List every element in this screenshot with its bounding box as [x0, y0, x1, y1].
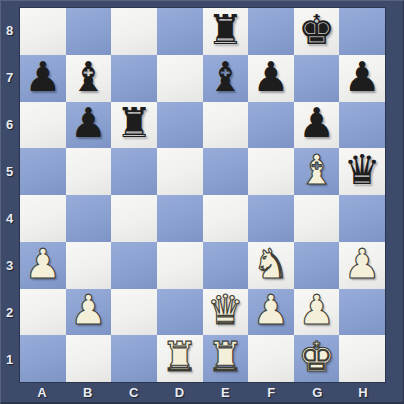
square-c2[interactable]	[111, 289, 157, 336]
square-f3[interactable]: ♞	[248, 242, 294, 289]
square-f5[interactable]	[248, 148, 294, 195]
square-c8[interactable]	[111, 8, 157, 55]
square-h8[interactable]	[339, 8, 385, 55]
square-h1[interactable]	[339, 335, 385, 382]
chess-board-frame: 87654321 ABCDEFGH ♜♚♟♝♝♟♟♟♜♟♝♛♟♞♟♟♛♟♟♜♜♚	[0, 0, 404, 404]
square-d5[interactable]	[157, 148, 203, 195]
square-b1[interactable]	[66, 335, 112, 382]
square-e3[interactable]	[203, 242, 249, 289]
piece-white-pawn: ♟	[344, 244, 381, 285]
square-a8[interactable]	[20, 8, 66, 55]
rank-label-3: 3	[0, 242, 19, 289]
square-d1[interactable]: ♜	[157, 335, 203, 382]
piece-black-bishop: ♝	[207, 57, 244, 98]
file-label-b: B	[65, 383, 111, 404]
square-f1[interactable]	[248, 335, 294, 382]
square-a7[interactable]: ♟	[20, 55, 66, 102]
square-b4[interactable]	[66, 195, 112, 242]
square-c3[interactable]	[111, 242, 157, 289]
square-f2[interactable]: ♟	[248, 289, 294, 336]
square-e7[interactable]: ♝	[203, 55, 249, 102]
square-c7[interactable]	[111, 55, 157, 102]
square-a1[interactable]	[20, 335, 66, 382]
file-label-h: H	[340, 383, 386, 404]
square-e4[interactable]	[203, 195, 249, 242]
file-label-a: A	[19, 383, 65, 404]
square-d6[interactable]	[157, 102, 203, 149]
piece-white-pawn: ♟	[298, 290, 335, 331]
square-e5[interactable]	[203, 148, 249, 195]
square-e1[interactable]: ♜	[203, 335, 249, 382]
file-label-c: C	[111, 383, 157, 404]
square-d3[interactable]	[157, 242, 203, 289]
square-b6[interactable]: ♟	[66, 102, 112, 149]
square-e2[interactable]: ♛	[203, 289, 249, 336]
piece-white-queen: ♛	[207, 290, 244, 331]
piece-white-king: ♚	[298, 337, 335, 378]
square-g8[interactable]: ♚	[294, 8, 340, 55]
square-h7[interactable]: ♟	[339, 55, 385, 102]
square-b5[interactable]	[66, 148, 112, 195]
square-h6[interactable]	[339, 102, 385, 149]
square-a2[interactable]	[20, 289, 66, 336]
piece-black-rook: ♜	[207, 10, 244, 51]
file-label-d: D	[157, 383, 203, 404]
square-a5[interactable]	[20, 148, 66, 195]
piece-black-pawn: ♟	[344, 57, 381, 98]
square-f4[interactable]	[248, 195, 294, 242]
piece-white-pawn: ♟	[24, 244, 61, 285]
square-h3[interactable]: ♟	[339, 242, 385, 289]
square-d2[interactable]	[157, 289, 203, 336]
square-b2[interactable]: ♟	[66, 289, 112, 336]
square-f6[interactable]	[248, 102, 294, 149]
square-g5[interactable]: ♝	[294, 148, 340, 195]
square-a3[interactable]: ♟	[20, 242, 66, 289]
square-g7[interactable]	[294, 55, 340, 102]
square-h4[interactable]	[339, 195, 385, 242]
piece-black-rook: ♜	[116, 103, 153, 144]
file-label-e: E	[203, 383, 249, 404]
piece-white-pawn: ♟	[70, 290, 107, 331]
piece-white-pawn: ♟	[253, 290, 290, 331]
square-d7[interactable]	[157, 55, 203, 102]
piece-black-pawn: ♟	[70, 103, 107, 144]
piece-black-pawn: ♟	[24, 57, 61, 98]
square-b8[interactable]	[66, 8, 112, 55]
square-d4[interactable]	[157, 195, 203, 242]
rank-label-5: 5	[0, 148, 19, 195]
rank-label-1: 1	[0, 336, 19, 383]
chess-board: ♜♚♟♝♝♟♟♟♜♟♝♛♟♞♟♟♛♟♟♜♜♚	[19, 7, 386, 383]
square-a6[interactable]	[20, 102, 66, 149]
piece-black-king: ♚	[298, 10, 335, 51]
square-f8[interactable]	[248, 8, 294, 55]
square-g1[interactable]: ♚	[294, 335, 340, 382]
piece-black-pawn: ♟	[298, 103, 335, 144]
square-e8[interactable]: ♜	[203, 8, 249, 55]
file-label-g: G	[294, 383, 340, 404]
square-e6[interactable]	[203, 102, 249, 149]
piece-white-rook: ♜	[207, 337, 244, 378]
square-b3[interactable]	[66, 242, 112, 289]
rank-label-6: 6	[0, 101, 19, 148]
rank-labels: 87654321	[0, 7, 19, 383]
square-g2[interactable]: ♟	[294, 289, 340, 336]
rank-label-4: 4	[0, 195, 19, 242]
piece-white-rook: ♜	[161, 337, 198, 378]
rank-label-7: 7	[0, 54, 19, 101]
file-labels: ABCDEFGH	[19, 383, 386, 404]
square-b7[interactable]: ♝	[66, 55, 112, 102]
rank-label-8: 8	[0, 7, 19, 54]
square-g3[interactable]	[294, 242, 340, 289]
square-g6[interactable]: ♟	[294, 102, 340, 149]
rank-label-2: 2	[0, 289, 19, 336]
square-h5[interactable]: ♛	[339, 148, 385, 195]
square-c6[interactable]: ♜	[111, 102, 157, 149]
square-c4[interactable]	[111, 195, 157, 242]
piece-white-knight: ♞	[253, 244, 290, 285]
square-g4[interactable]	[294, 195, 340, 242]
square-c1[interactable]	[111, 335, 157, 382]
file-label-f: F	[248, 383, 294, 404]
piece-black-bishop: ♝	[70, 57, 107, 98]
piece-white-bishop: ♝	[298, 150, 335, 191]
square-d8[interactable]	[157, 8, 203, 55]
square-f7[interactable]: ♟	[248, 55, 294, 102]
square-a4[interactable]	[20, 195, 66, 242]
piece-black-pawn: ♟	[253, 57, 290, 98]
square-c5[interactable]	[111, 148, 157, 195]
piece-black-queen: ♛	[344, 150, 381, 191]
square-h2[interactable]	[339, 289, 385, 336]
